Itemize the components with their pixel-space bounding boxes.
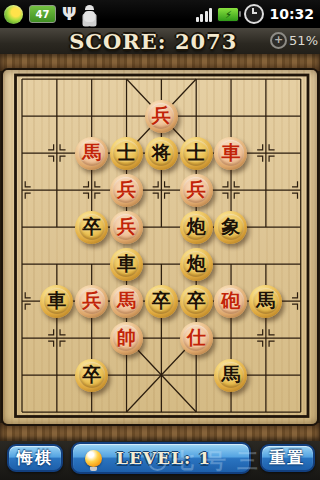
piece-black-horse[interactable]: 馬 xyxy=(214,359,247,392)
piece-glyph: 兵 xyxy=(110,211,143,244)
score-text: SCORE: 2073 xyxy=(69,29,237,54)
plus-circle-icon: + xyxy=(270,32,287,49)
piece-glyph: 帥 xyxy=(110,322,143,355)
piece-red-soldier[interactable]: 兵 xyxy=(180,174,213,207)
piece-glyph: 馬 xyxy=(249,285,282,318)
progress-percent: 51% xyxy=(289,33,318,48)
score-bar: SCORE: 2073 + 51% xyxy=(0,28,320,55)
piece-black-chariot[interactable]: 車 xyxy=(40,285,73,318)
app-icon xyxy=(4,5,23,24)
piece-red-chariot[interactable]: 車 xyxy=(214,137,247,170)
piece-glyph: 兵 xyxy=(180,174,213,207)
piece-glyph: 砲 xyxy=(214,285,247,318)
status-bar: 47 Ψ ⚡ 10:32 xyxy=(0,0,320,28)
piece-glyph: 炮 xyxy=(180,248,213,281)
piece-red-horse[interactable]: 馬 xyxy=(75,137,108,170)
piece-black-advisor[interactable]: 士 xyxy=(110,137,143,170)
piece-glyph: 馬 xyxy=(110,285,143,318)
piece-glyph: 兵 xyxy=(145,100,178,133)
control-bar: 悔棋 LEVEL: 1 重置 xyxy=(0,441,320,480)
piece-red-horse[interactable]: 馬 xyxy=(110,285,143,318)
piece-glyph: 車 xyxy=(40,285,73,318)
piece-glyph: 車 xyxy=(110,248,143,281)
piece-glyph: 士 xyxy=(110,137,143,170)
piece-black-elephant[interactable]: 象 xyxy=(214,211,247,244)
piece-black-chariot[interactable]: 車 xyxy=(110,248,143,281)
hint-lightbulb-icon[interactable] xyxy=(85,450,102,467)
piece-black-soldier[interactable]: 卒 xyxy=(145,285,178,318)
piece-red-general[interactable]: 帥 xyxy=(110,322,143,355)
piece-red-soldier[interactable]: 兵 xyxy=(110,211,143,244)
piece-black-soldier[interactable]: 卒 xyxy=(180,285,213,318)
piece-red-cannon[interactable]: 砲 xyxy=(214,285,247,318)
piece-black-cannon[interactable]: 炮 xyxy=(180,248,213,281)
signal-icon xyxy=(196,6,213,22)
piece-red-soldier[interactable]: 兵 xyxy=(110,174,143,207)
usb-icon: Ψ xyxy=(62,6,76,23)
piece-black-soldier[interactable]: 卒 xyxy=(75,359,108,392)
reset-button[interactable]: 重置 xyxy=(260,444,315,472)
level-text: LEVEL: 1 xyxy=(116,448,211,468)
piece-red-soldier[interactable]: 兵 xyxy=(75,285,108,318)
piece-glyph: 馬 xyxy=(214,359,247,392)
status-time: 10:32 xyxy=(269,6,316,22)
piece-red-soldier[interactable]: 兵 xyxy=(145,100,178,133)
piece-glyph: 卒 xyxy=(75,359,108,392)
level-bar[interactable]: LEVEL: 1 xyxy=(71,442,251,474)
status-right-icons: ⚡ 10:32 xyxy=(196,4,316,24)
piece-black-soldier[interactable]: 卒 xyxy=(75,211,108,244)
piece-glyph: 炮 xyxy=(180,211,213,244)
piece-glyph: 馬 xyxy=(75,137,108,170)
piece-black-advisor[interactable]: 士 xyxy=(180,137,213,170)
piece-glyph: 卒 xyxy=(75,211,108,244)
piece-glyph: 兵 xyxy=(75,285,108,318)
battery-widget-icon: 47 xyxy=(29,5,56,23)
piece-glyph: 卒 xyxy=(145,285,178,318)
board-pieces-grid[interactable]: 兵馬士将士車兵兵卒兵炮象車炮車兵馬卒卒砲馬帥仕卒馬 xyxy=(5,61,319,431)
piece-glyph: 仕 xyxy=(180,322,213,355)
piece-glyph: 士 xyxy=(180,137,213,170)
piece-black-horse[interactable]: 馬 xyxy=(249,285,282,318)
piece-glyph: 将 xyxy=(145,137,178,170)
bug-icon xyxy=(82,5,97,23)
undo-button[interactable]: 悔棋 xyxy=(7,444,63,472)
charging-battery-icon: ⚡ xyxy=(217,7,239,22)
piece-glyph: 車 xyxy=(214,137,247,170)
progress-badge: + 51% xyxy=(270,32,318,49)
piece-red-advisor[interactable]: 仕 xyxy=(180,322,213,355)
piece-glyph: 兵 xyxy=(110,174,143,207)
piece-glyph: 象 xyxy=(214,211,247,244)
piece-glyph: 卒 xyxy=(180,285,213,318)
piece-black-cannon[interactable]: 炮 xyxy=(180,211,213,244)
alarm-clock-icon xyxy=(244,4,264,24)
piece-black-general[interactable]: 将 xyxy=(145,137,178,170)
